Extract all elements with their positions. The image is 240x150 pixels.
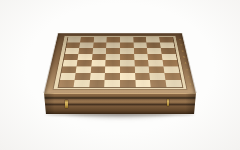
square-b1[interactable] — [74, 80, 90, 87]
rank-label-4: 4 — [182, 62, 189, 64]
square-c3[interactable] — [90, 66, 105, 73]
square-b2[interactable] — [75, 73, 91, 80]
chess-board: 12345678 — [44, 33, 196, 93]
rank-label-7: 7 — [178, 44, 184, 46]
square-g2[interactable] — [150, 73, 166, 80]
rank-label-3: 3 — [183, 69, 190, 71]
square-e3[interactable] — [120, 66, 135, 73]
square-a2[interactable] — [60, 73, 76, 80]
square-e2[interactable] — [120, 73, 135, 80]
square-h2[interactable] — [164, 73, 180, 80]
square-h3[interactable] — [163, 66, 179, 73]
square-g3[interactable] — [149, 66, 164, 73]
square-d2[interactable] — [105, 73, 120, 80]
square-e1[interactable] — [120, 80, 135, 87]
rank-label-2: 2 — [185, 75, 192, 77]
square-f3[interactable] — [134, 66, 149, 73]
rank-label-1: 1 — [186, 82, 193, 85]
square-d1[interactable] — [105, 80, 120, 87]
square-a3[interactable] — [61, 66, 77, 73]
square-c1[interactable] — [89, 80, 105, 87]
square-b3[interactable] — [76, 66, 91, 73]
square-f2[interactable] — [135, 73, 150, 80]
board-squares — [57, 37, 183, 88]
rank-label-5: 5 — [181, 56, 187, 58]
photo-background: 12345678 — [0, 0, 240, 150]
brass-clasp-left — [65, 100, 68, 108]
rank-label-8: 8 — [177, 39, 183, 41]
square-g1[interactable] — [150, 80, 166, 87]
square-a1[interactable] — [58, 80, 75, 87]
square-f1[interactable] — [135, 80, 151, 87]
square-h1[interactable] — [165, 80, 182, 87]
brass-clasp-right — [167, 99, 170, 107]
square-d3[interactable] — [105, 66, 120, 73]
rank-label-6: 6 — [179, 50, 185, 52]
square-c2[interactable] — [90, 73, 105, 80]
